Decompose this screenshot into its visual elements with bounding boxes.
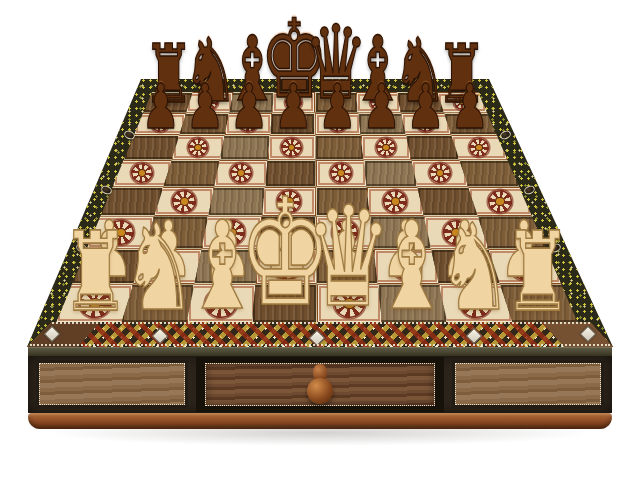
square-d2 — [256, 249, 317, 285]
mosaic-star-inlay — [151, 115, 169, 132]
mosaic-star-inlay — [277, 190, 301, 212]
square-g3 — [424, 216, 489, 248]
mosaic-star-inlay — [469, 138, 489, 157]
mosaic-star-inlay — [334, 289, 366, 318]
mosaic-star-inlay — [460, 289, 492, 318]
box-right-panel — [452, 360, 604, 408]
mosaic-star-inlay — [153, 253, 182, 280]
mosaic-star-core — [391, 197, 400, 205]
mosaic-star-inlay — [443, 220, 470, 244]
square-f8 — [356, 92, 401, 113]
mosaic-star-core — [215, 298, 227, 309]
mosaic-star-core — [290, 99, 296, 105]
square-b5 — [163, 160, 219, 187]
mosaic-star-inlay — [383, 190, 407, 212]
square-e8 — [315, 92, 358, 113]
mosaic-star-core — [157, 121, 164, 127]
square-d6 — [268, 135, 316, 160]
square-d3 — [259, 216, 316, 248]
square-f3 — [370, 216, 431, 248]
square-c6 — [220, 135, 270, 160]
mosaic-star-core — [343, 298, 355, 309]
mosaic-star-inlay — [131, 163, 153, 183]
square-c7 — [225, 113, 273, 136]
mosaic-star-inlay — [205, 289, 237, 318]
square-g2 — [431, 249, 500, 285]
square-g6 — [406, 135, 459, 160]
square-e1 — [317, 284, 383, 323]
mosaic-star-core — [237, 169, 245, 177]
mosaic-star-inlay — [230, 163, 252, 183]
drawer-knob — [307, 378, 333, 404]
square-c2 — [194, 249, 259, 285]
square-e6 — [315, 135, 363, 160]
mosaic-star-core — [245, 121, 252, 127]
mosaic-star-core — [375, 99, 381, 105]
mosaic-star-inlay — [272, 253, 301, 280]
square-f2 — [374, 249, 439, 285]
mosaic-star-core — [284, 197, 293, 205]
mosaic-star-inlay — [376, 138, 396, 157]
mosaic-star-inlay — [370, 95, 387, 111]
mosaic-star-inlay — [488, 190, 512, 212]
mosaic-star-inlay — [329, 115, 347, 132]
box-left-panel — [36, 360, 188, 408]
square-g1 — [439, 284, 513, 323]
mosaic-star-core — [451, 228, 461, 237]
square-g4 — [417, 187, 477, 217]
square-a8 — [143, 92, 192, 113]
mosaic-star-inlay — [392, 253, 421, 280]
square-g5 — [411, 160, 468, 187]
mosaic-star-core — [288, 144, 296, 151]
square-d1 — [252, 284, 317, 323]
mosaic-star-inlay — [454, 95, 471, 111]
mosaic-star-inlay — [429, 163, 451, 183]
mosaic-star-inlay — [332, 220, 359, 244]
mosaic-star-core — [334, 121, 341, 127]
mosaic-star-core — [89, 298, 101, 309]
mosaic-star-inlay — [281, 138, 301, 157]
square-d7 — [270, 113, 315, 136]
mosaic-star-core — [475, 144, 483, 151]
square-b3 — [144, 216, 208, 248]
drop-shadow — [45, 424, 595, 446]
band-trim-line — [30, 344, 610, 346]
mosaic-star-inlay — [239, 115, 257, 132]
square-b4 — [154, 187, 214, 217]
square-b7 — [179, 113, 229, 136]
square-e4 — [316, 187, 370, 217]
mosaic-star-core — [382, 144, 390, 151]
mosaic-star-core — [337, 169, 345, 177]
mosaic-star-inlay — [172, 190, 196, 212]
mosaic-star-inlay — [417, 115, 435, 132]
square-d5 — [265, 160, 316, 187]
mosaic-star-inlay — [510, 253, 539, 280]
square-c1 — [187, 284, 256, 323]
mosaic-star-inlay — [188, 138, 208, 157]
square-b8 — [186, 92, 233, 113]
mosaic-star-core — [281, 261, 292, 271]
square-g8 — [397, 92, 444, 113]
square-d8 — [272, 92, 315, 113]
mosaic-star-core — [194, 144, 202, 151]
mosaic-star-core — [138, 169, 146, 177]
mosaic-star-core — [423, 121, 430, 127]
mosaic-star-core — [470, 298, 482, 309]
mosaic-star-core — [495, 197, 504, 205]
mosaic-star-core — [162, 261, 173, 271]
square-c4 — [208, 187, 265, 217]
square-c3 — [202, 216, 263, 248]
square-b6 — [172, 135, 225, 160]
square-b2 — [133, 249, 201, 285]
square-f1 — [378, 284, 448, 323]
square-e5 — [316, 160, 367, 187]
mosaic-star-inlay — [79, 289, 111, 318]
mosaic-star-core — [519, 261, 530, 271]
square-f6 — [361, 135, 412, 160]
mosaic-star-core — [459, 99, 465, 105]
mosaic-star-core — [436, 169, 444, 177]
mosaic-star-core — [207, 99, 213, 105]
square-c5 — [214, 160, 267, 187]
square-g7 — [401, 113, 451, 136]
square-d4 — [262, 187, 316, 217]
mosaic-star-inlay — [107, 220, 134, 244]
chess-set-photo: ♜♞♝♚♛♝♞♜♟♟♟♟♟♟♟♟♟♟♟♟♟♟♟♟♜♞♝♚♛♝♞♜ — [0, 0, 640, 482]
square-f4 — [367, 187, 424, 217]
mosaic-star-inlay — [285, 95, 302, 111]
mosaic-star-inlay — [201, 95, 218, 111]
mosaic-star-core — [340, 228, 350, 237]
square-f5 — [364, 160, 418, 187]
mosaic-star-core — [227, 228, 237, 237]
square-f7 — [358, 113, 406, 136]
mosaic-star-core — [180, 197, 189, 205]
mosaic-star-core — [401, 261, 412, 271]
mosaic-star-core — [116, 228, 126, 237]
mosaic-star-inlay — [330, 163, 352, 183]
box-front-face — [28, 356, 612, 413]
band-trim-line — [52, 322, 590, 324]
square-e2 — [316, 249, 377, 285]
board-box-base — [28, 347, 612, 429]
square-e3 — [316, 216, 374, 248]
square-e7 — [315, 113, 361, 136]
square-b1 — [121, 284, 194, 323]
mosaic-star-inlay — [219, 220, 246, 244]
square-c8 — [229, 92, 274, 113]
box-top-edge — [28, 347, 612, 356]
